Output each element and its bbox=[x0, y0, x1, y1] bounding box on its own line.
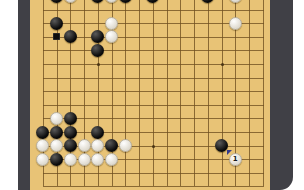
white-stone bbox=[105, 30, 118, 43]
left-panel bbox=[18, 0, 30, 190]
grid-line-horizontal bbox=[43, 91, 264, 92]
black-stone bbox=[91, 0, 104, 3]
right-panel bbox=[270, 0, 293, 190]
white-stone bbox=[78, 139, 91, 152]
black-stone bbox=[146, 0, 159, 3]
white-stone bbox=[50, 112, 63, 125]
white-stone bbox=[78, 153, 91, 166]
black-stone bbox=[64, 112, 77, 125]
black-stone bbox=[50, 153, 63, 166]
hoshi-dot bbox=[221, 63, 224, 66]
grid-line-horizontal bbox=[43, 173, 264, 174]
grid-line-horizontal bbox=[43, 10, 264, 11]
white-stone bbox=[91, 139, 104, 152]
white-stone bbox=[105, 17, 118, 30]
white-stone bbox=[229, 17, 242, 30]
black-stone bbox=[36, 126, 49, 139]
white-stone bbox=[64, 153, 77, 166]
black-stone bbox=[91, 30, 104, 43]
grid-line-horizontal bbox=[43, 186, 264, 187]
grid-line-horizontal bbox=[43, 50, 264, 51]
white-stone bbox=[105, 153, 118, 166]
black-stone bbox=[105, 139, 118, 152]
white-stone bbox=[64, 0, 77, 3]
grid-line-horizontal bbox=[43, 64, 264, 65]
black-stone bbox=[64, 30, 77, 43]
white-stone bbox=[36, 153, 49, 166]
white-stone bbox=[91, 153, 104, 166]
black-stone bbox=[50, 0, 63, 3]
black-stone bbox=[119, 0, 132, 3]
go-board[interactable]: 1 bbox=[30, 0, 270, 190]
black-stone bbox=[91, 44, 104, 57]
grid-line-horizontal bbox=[43, 105, 264, 106]
app-screen: 1 bbox=[0, 0, 304, 190]
black-stone bbox=[64, 126, 77, 139]
white-stone bbox=[229, 0, 242, 3]
grid-line-horizontal bbox=[43, 78, 264, 79]
white-stone bbox=[36, 139, 49, 152]
square-marker bbox=[53, 33, 60, 40]
black-stone bbox=[50, 17, 63, 30]
black-stone bbox=[201, 0, 214, 3]
hoshi-dot bbox=[97, 63, 100, 66]
white-stone bbox=[105, 0, 118, 3]
white-stone bbox=[119, 139, 132, 152]
navy-wedge-icon bbox=[227, 150, 232, 155]
white-stone bbox=[50, 139, 63, 152]
black-stone bbox=[215, 139, 228, 152]
hoshi-dot bbox=[152, 145, 155, 148]
black-stone bbox=[91, 126, 104, 139]
black-stone bbox=[64, 139, 77, 152]
black-stone bbox=[50, 126, 63, 139]
